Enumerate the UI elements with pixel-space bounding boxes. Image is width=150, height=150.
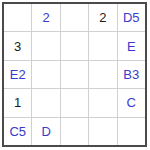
cell-r3c5[interactable]: B3: [118, 61, 145, 88]
cell-r3c1[interactable]: E2: [4, 61, 31, 88]
cell-r3c3[interactable]: [61, 61, 88, 88]
cell-r5c2[interactable]: D: [32, 118, 59, 145]
cell-r5c3[interactable]: [61, 118, 88, 145]
cell-r5c5[interactable]: [118, 118, 145, 145]
cell-r1c4[interactable]: 2: [89, 4, 116, 31]
cell-r4c4[interactable]: [89, 89, 116, 116]
cell-r2c4[interactable]: [89, 32, 116, 59]
cell-r1c1[interactable]: [4, 4, 31, 31]
cell-r4c5[interactable]: C: [118, 89, 145, 116]
cell-r3c4[interactable]: [89, 61, 116, 88]
cell-r2c2[interactable]: [32, 32, 59, 59]
cell-r2c3[interactable]: [61, 32, 88, 59]
cell-r2c1[interactable]: 3: [4, 32, 31, 59]
cell-r1c2[interactable]: 2: [32, 4, 59, 31]
cell-r3c2[interactable]: [32, 61, 59, 88]
cell-r5c1[interactable]: C5: [4, 118, 31, 145]
cell-r2c5[interactable]: E: [118, 32, 145, 59]
cell-r4c1[interactable]: 1: [4, 89, 31, 116]
cell-r4c3[interactable]: [61, 89, 88, 116]
cell-r5c4[interactable]: [89, 118, 116, 145]
cell-r1c3[interactable]: [61, 4, 88, 31]
cell-r4c2[interactable]: [32, 89, 59, 116]
puzzle-board: 2 2 D5 3 E E2 B3 1 C C5 D: [2, 2, 147, 147]
cell-r1c5[interactable]: D5: [118, 4, 145, 31]
